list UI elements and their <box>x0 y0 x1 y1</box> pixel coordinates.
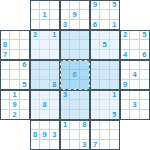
cell-r7c13-empty[interactable] <box>121 61 130 70</box>
cell-r8c6-empty[interactable] <box>50 70 59 79</box>
cell-r11c1-empty[interactable] <box>1 100 10 109</box>
cell-r12c3-empty[interactable] <box>20 110 29 119</box>
cell-r10c1-empty[interactable] <box>1 91 10 100</box>
sudoku-box-r3c4 <box>90 60 120 90</box>
cell-r3c4-empty[interactable] <box>31 20 40 29</box>
cell-r5c5-empty[interactable] <box>40 40 49 49</box>
cell-r13c7-given-1[interactable]: 1 <box>61 121 70 130</box>
cell-r15c4-empty[interactable] <box>31 140 40 149</box>
sudoku-box-r2c2: 21 <box>30 30 60 60</box>
cell-r8c14-given-4[interactable]: 4 <box>130 70 139 79</box>
cell-r10c9-empty[interactable] <box>80 91 89 100</box>
cell-r11c15-empty[interactable] <box>140 100 149 109</box>
cell-r8c12-empty[interactable] <box>110 70 119 79</box>
cell-r3c9-empty[interactable] <box>80 20 89 29</box>
cell-r7c14-empty[interactable] <box>130 61 139 70</box>
cell-r9c3-given-5[interactable]: 5 <box>20 80 29 89</box>
cell-r13c9-given-8[interactable]: 8 <box>80 121 89 130</box>
board-void-corner <box>0 0 30 30</box>
cell-r6c13-given-4[interactable]: 4 <box>121 50 130 59</box>
cell-r13c5-empty[interactable] <box>40 121 49 130</box>
cell-r4c5-empty[interactable] <box>40 31 49 40</box>
cell-r3c10-given-6[interactable]: 6 <box>91 20 100 29</box>
cell-r12c9-empty[interactable] <box>80 110 89 119</box>
cell-r7c7-empty[interactable] <box>61 61 70 70</box>
cell-r10c11-empty[interactable] <box>100 91 109 100</box>
cell-r6c7-empty[interactable] <box>61 50 70 59</box>
cell-r7c15-empty[interactable] <box>140 61 149 70</box>
cell-r11c14-given-3[interactable]: 3 <box>130 100 139 109</box>
cell-r12c1-empty[interactable] <box>1 110 10 119</box>
cell-r9c9-empty[interactable] <box>80 80 89 89</box>
cell-r6c12-empty[interactable] <box>110 50 119 59</box>
cell-r7c3-given-6[interactable]: 6 <box>20 61 29 70</box>
cell-r6c2-empty[interactable] <box>10 50 19 59</box>
cell-r1c11-empty[interactable] <box>100 1 109 10</box>
cell-r8c2-empty[interactable] <box>10 70 19 79</box>
cell-r9c1-empty[interactable] <box>1 80 10 89</box>
cell-r5c14-empty[interactable] <box>130 40 139 49</box>
cell-r11c3-empty[interactable] <box>20 100 29 109</box>
cell-r6c5-empty[interactable] <box>40 50 49 59</box>
cell-r2c8-given-9[interactable]: 9 <box>70 10 79 19</box>
cell-r7c2-empty[interactable] <box>10 61 19 70</box>
cell-r11c6-empty[interactable] <box>50 100 59 109</box>
cell-r9c7-empty[interactable] <box>61 80 70 89</box>
cell-r8c15-empty[interactable] <box>140 70 149 79</box>
cell-r7c10-empty[interactable] <box>91 61 100 70</box>
cell-r9c12-empty[interactable] <box>110 80 119 89</box>
cell-r5c9-empty[interactable] <box>80 40 89 49</box>
cell-r11c11-empty[interactable] <box>100 100 109 109</box>
cell-r4c2-empty[interactable] <box>10 31 19 40</box>
cell-r9c5-empty[interactable] <box>40 80 49 89</box>
cell-r5c2-empty[interactable] <box>10 40 19 49</box>
cell-r5c8-empty[interactable] <box>70 40 79 49</box>
cell-r15c6-empty[interactable] <box>50 140 59 149</box>
cell-r14c8-empty[interactable] <box>70 130 79 139</box>
sudoku-box-r3c5: 49 <box>120 60 150 90</box>
cell-r10c14-empty[interactable] <box>130 91 139 100</box>
cell-r10c15-empty[interactable] <box>140 91 149 100</box>
cell-r3c12-given-1[interactable]: 1 <box>110 20 119 29</box>
cell-r5c1-given-8[interactable]: 8 <box>1 40 10 49</box>
cell-r9c8-empty[interactable] <box>70 80 79 89</box>
sudoku-box-r3c2: 8 <box>30 60 60 90</box>
cell-r2c11-empty[interactable] <box>100 10 109 19</box>
cell-r11c10-empty[interactable] <box>91 100 100 109</box>
cell-r5c7-empty[interactable] <box>61 40 70 49</box>
cell-r10c4-empty[interactable] <box>31 91 40 100</box>
cell-r13c6-empty[interactable] <box>50 121 59 130</box>
sudoku-box-r3c1: 65 <box>0 60 30 90</box>
cell-r7c4-empty[interactable] <box>31 61 40 70</box>
sudoku-box-r2c5: 2546 <box>120 30 150 60</box>
cell-r7c6-empty[interactable] <box>50 61 59 70</box>
cell-r15c7-empty[interactable] <box>61 140 70 149</box>
cell-r4c13-given-2[interactable]: 2 <box>121 31 130 40</box>
cell-r13c11-empty[interactable] <box>100 121 109 130</box>
cell-r11c8-empty[interactable] <box>70 100 79 109</box>
cell-r1c6-empty[interactable] <box>50 1 59 10</box>
cell-r6c11-empty[interactable] <box>100 50 109 59</box>
cell-r9c11-empty[interactable] <box>100 80 109 89</box>
cell-r4c1-empty[interactable] <box>1 31 10 40</box>
cell-r4c11-empty[interactable] <box>100 31 109 40</box>
cell-r6c3-empty[interactable] <box>20 50 29 59</box>
sudoku-box-r1c3: 93 <box>60 0 90 30</box>
cell-r9c10-empty[interactable] <box>91 80 100 89</box>
cell-r1c4-empty[interactable] <box>31 1 40 10</box>
cell-r5c11-given-5[interactable]: 5 <box>100 40 109 49</box>
cell-r11c12-empty[interactable] <box>110 100 119 109</box>
cell-r12c2-given-2[interactable]: 2 <box>10 110 19 119</box>
sudoku-box-r5c3: 183 <box>60 120 90 150</box>
cell-r14c9-empty[interactable] <box>80 130 89 139</box>
cell-r10c2-given-1[interactable]: 1 <box>10 91 19 100</box>
cell-r7c11-empty[interactable] <box>100 61 109 70</box>
cell-r6c6-empty[interactable] <box>50 50 59 59</box>
cell-r12c14-empty[interactable] <box>130 110 139 119</box>
cell-r12c13-empty[interactable] <box>121 110 130 119</box>
cell-r5c12-empty[interactable] <box>110 40 119 49</box>
cell-r2c6-empty[interactable] <box>50 10 59 19</box>
cell-r15c10-given-7[interactable]: 7 <box>91 140 100 149</box>
cell-r7c12-empty[interactable] <box>110 61 119 70</box>
cell-r10c3-empty[interactable] <box>20 91 29 100</box>
cell-r6c15-given-6[interactable]: 6 <box>140 50 149 59</box>
cell-r5c10-empty[interactable] <box>91 40 100 49</box>
sudoku-box-r1c2: 1 <box>30 0 60 30</box>
sudoku-box-r4c5: 3 <box>120 90 150 120</box>
cell-r11c2-given-9[interactable]: 9 <box>10 100 19 109</box>
cell-r6c10-empty[interactable] <box>91 50 100 59</box>
cell-r14c12-empty[interactable] <box>110 130 119 139</box>
cell-r15c12-empty[interactable] <box>110 140 119 149</box>
cell-r11c5-given-8[interactable]: 8 <box>40 100 49 109</box>
cell-r8c13-empty[interactable] <box>121 70 130 79</box>
cell-r4c7-empty[interactable] <box>61 31 70 40</box>
sudoku-box-r2c1: 87 <box>0 30 30 60</box>
cell-r14c5-given-9[interactable]: 9 <box>40 130 49 139</box>
cell-r2c5-given-1[interactable]: 1 <box>40 10 49 19</box>
cell-r11c9-empty[interactable] <box>80 100 89 109</box>
cell-r2c4-empty[interactable] <box>31 10 40 19</box>
cell-r12c4-empty[interactable] <box>31 110 40 119</box>
cell-r1c8-empty[interactable] <box>70 1 79 10</box>
flower-sudoku-board: 1939561872152546658649192831538931837 <box>0 0 150 150</box>
cell-r13c12-empty[interactable] <box>110 121 119 130</box>
cell-r2c12-empty[interactable] <box>110 10 119 19</box>
cell-r1c5-empty[interactable] <box>40 1 49 10</box>
cell-r12c6-empty[interactable] <box>50 110 59 119</box>
cell-r4c12-empty[interactable] <box>110 31 119 40</box>
cell-r12c10-empty[interactable] <box>91 110 100 119</box>
cell-r14c4-given-8[interactable]: 8 <box>31 130 40 139</box>
cell-r7c8-empty[interactable] <box>70 61 79 70</box>
cell-r9c14-empty[interactable] <box>130 80 139 89</box>
cell-r13c4-empty[interactable] <box>31 121 40 130</box>
cell-r12c8-empty[interactable] <box>70 110 79 119</box>
cell-r4c14-empty[interactable] <box>130 31 139 40</box>
cell-r4c4-given-2[interactable]: 2 <box>31 31 40 40</box>
cell-r4c10-empty[interactable] <box>91 31 100 40</box>
cell-r3c6-empty[interactable] <box>50 20 59 29</box>
cell-r10c12-given-1[interactable]: 1 <box>110 91 119 100</box>
board-void-corner <box>0 120 30 150</box>
cell-r7c1-empty[interactable] <box>1 61 10 70</box>
cell-r8c5-empty[interactable] <box>40 70 49 79</box>
sudoku-box-r2c4: 5 <box>90 30 120 60</box>
cell-r8c3-empty[interactable] <box>20 70 29 79</box>
cell-r10c7-given-3[interactable]: 3 <box>61 91 70 100</box>
cell-r12c11-empty[interactable] <box>100 110 109 119</box>
cell-r4c9-empty[interactable] <box>80 31 89 40</box>
cell-r6c8-empty[interactable] <box>70 50 79 59</box>
cell-r12c12-given-5[interactable]: 5 <box>110 110 119 119</box>
cell-r8c1-empty[interactable] <box>1 70 10 79</box>
sudoku-box-r2c3 <box>60 30 90 60</box>
sudoku-box-r5c2: 893 <box>30 120 60 150</box>
cell-r2c10-empty[interactable] <box>91 10 100 19</box>
board-void-corner <box>120 120 150 150</box>
cell-r10c10-empty[interactable] <box>91 91 100 100</box>
cell-r15c8-empty[interactable] <box>70 140 79 149</box>
sudoku-box-r4c2: 8 <box>30 90 60 120</box>
cell-r5c13-empty[interactable] <box>121 40 130 49</box>
sudoku-box-r4c4: 15 <box>90 90 120 120</box>
cell-r10c6-empty[interactable] <box>50 91 59 100</box>
cell-r14c11-empty[interactable] <box>100 130 109 139</box>
cell-r8c4-empty[interactable] <box>31 70 40 79</box>
cell-r6c4-empty[interactable] <box>31 50 40 59</box>
puzzle-stage: 1939561872152546658649192831538931837 <box>0 0 150 150</box>
sudoku-box-r5c4: 7 <box>90 120 120 150</box>
cell-r12c7-empty[interactable] <box>61 110 70 119</box>
sudoku-box-r4c3: 3 <box>60 90 90 120</box>
cell-r4c15-given-5[interactable]: 5 <box>140 31 149 40</box>
cell-r11c13-empty[interactable] <box>121 100 130 109</box>
cell-r6c14-empty[interactable] <box>130 50 139 59</box>
cell-r3c11-empty[interactable] <box>100 20 109 29</box>
cell-r5c15-empty[interactable] <box>140 40 149 49</box>
cell-r14c6-given-3[interactable]: 3 <box>50 130 59 139</box>
cell-r3c5-empty[interactable] <box>40 20 49 29</box>
cell-r12c15-empty[interactable] <box>140 110 149 119</box>
cell-r6c1-given-7[interactable]: 7 <box>1 50 10 59</box>
cell-r14c10-empty[interactable] <box>91 130 100 139</box>
cell-r13c8-empty[interactable] <box>70 121 79 130</box>
sudoku-box-r3c3: 6 <box>60 60 90 90</box>
cell-r4c8-empty[interactable] <box>70 31 79 40</box>
cell-r9c4-empty[interactable] <box>31 80 40 89</box>
cell-r12c5-empty[interactable] <box>40 110 49 119</box>
cell-r8c8-given-6[interactable]: 6 <box>70 70 79 79</box>
cell-r14c7-empty[interactable] <box>61 130 70 139</box>
cell-r1c9-empty[interactable] <box>80 1 89 10</box>
cell-r9c6-given-8[interactable]: 8 <box>50 80 59 89</box>
cell-r5c3-empty[interactable] <box>20 40 29 49</box>
cell-r9c2-empty[interactable] <box>10 80 19 89</box>
cell-r8c9-empty[interactable] <box>80 70 89 79</box>
board-void-corner <box>120 0 150 30</box>
cell-r4c6-given-1[interactable]: 1 <box>50 31 59 40</box>
cell-r8c7-empty[interactable] <box>61 70 70 79</box>
cell-r4c3-empty[interactable] <box>20 31 29 40</box>
cell-r5c6-empty[interactable] <box>50 40 59 49</box>
cell-r1c12-given-5[interactable]: 5 <box>110 1 119 10</box>
cell-r15c9-given-3[interactable]: 3 <box>80 140 89 149</box>
sudoku-box-r4c1: 192 <box>0 90 30 120</box>
cell-r9c15-empty[interactable] <box>140 80 149 89</box>
cell-r9c13-given-9[interactable]: 9 <box>121 80 130 89</box>
cell-r3c7-given-3[interactable]: 3 <box>61 20 70 29</box>
sudoku-box-r1c4: 9561 <box>90 0 120 30</box>
cell-r15c11-empty[interactable] <box>100 140 109 149</box>
cell-r7c9-empty[interactable] <box>80 61 89 70</box>
cell-r15c5-empty[interactable] <box>40 140 49 149</box>
cell-r10c13-empty[interactable] <box>121 91 130 100</box>
cell-r1c10-given-9[interactable]: 9 <box>91 1 100 10</box>
cell-r5c4-empty[interactable] <box>31 40 40 49</box>
cell-r8c10-empty[interactable] <box>91 70 100 79</box>
cell-r7c5-empty[interactable] <box>40 61 49 70</box>
cell-r2c9-empty[interactable] <box>80 10 89 19</box>
cell-r11c4-empty[interactable] <box>31 100 40 109</box>
cell-r8c11-empty[interactable] <box>100 70 109 79</box>
cell-r10c8-empty[interactable] <box>70 91 79 100</box>
cell-r10c5-empty[interactable] <box>40 91 49 100</box>
cell-r6c9-empty[interactable] <box>80 50 89 59</box>
cell-r1c7-empty[interactable] <box>61 1 70 10</box>
cell-r3c8-empty[interactable] <box>70 20 79 29</box>
cell-r2c7-empty[interactable] <box>61 10 70 19</box>
cell-r11c7-empty[interactable] <box>61 100 70 109</box>
cell-r13c10-empty[interactable] <box>91 121 100 130</box>
